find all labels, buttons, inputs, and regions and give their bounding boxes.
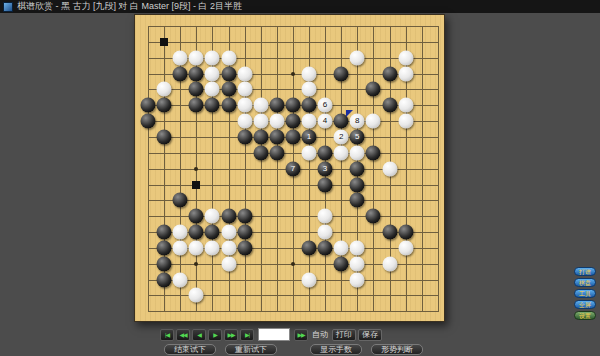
white-stone: [269, 114, 284, 129]
black-stone: [302, 98, 317, 113]
black-stone: [269, 129, 284, 144]
white-stone: [302, 272, 317, 287]
black-stone: [173, 193, 188, 208]
nav-forward-button[interactable]: ▶: [208, 329, 222, 341]
black-stone: [157, 272, 172, 287]
white-stone: [334, 240, 349, 255]
square-marker: [192, 181, 200, 189]
jump-button[interactable]: ▶▶: [294, 329, 308, 341]
window-title: 棋谱欣赏 - 黑 古力 [九段] 对 白 Master [9段] - 白 2目半…: [17, 0, 242, 13]
black-stone: [253, 129, 268, 144]
black-stone: [157, 129, 172, 144]
black-stone: [269, 145, 284, 160]
black-stone: [318, 240, 333, 255]
side-button-1[interactable]: 打谱: [574, 267, 596, 276]
black-stone: [285, 98, 300, 113]
white-stone: [318, 225, 333, 240]
app-icon: [3, 2, 13, 12]
white-stone: [173, 272, 188, 287]
black-stone: [157, 256, 172, 271]
black-stone: [285, 114, 300, 129]
move-number-label: 8: [355, 117, 359, 125]
white-stone: [398, 50, 413, 65]
white-stone: [350, 256, 365, 271]
white-stone: [173, 240, 188, 255]
white-stone: [253, 114, 268, 129]
black-stone: [382, 98, 397, 113]
triangle-marker: [346, 110, 353, 117]
show-move-numbers-button[interactable]: 显示手数: [310, 344, 362, 355]
white-stone: [189, 240, 204, 255]
black-stone: [350, 193, 365, 208]
white-stone: [237, 66, 252, 81]
grid-line-v: [422, 26, 423, 312]
nav-buttons: |◀◀◀◀▶▶▶▶|: [160, 329, 254, 341]
black-stone: [382, 66, 397, 81]
white-stone: [302, 114, 317, 129]
white-stone: [205, 240, 220, 255]
side-button-2[interactable]: 棋盘: [574, 278, 596, 287]
white-stone: [398, 114, 413, 129]
black-stone: [350, 161, 365, 176]
white-stone: [189, 50, 204, 65]
white-stone: [157, 82, 172, 97]
black-stone: [382, 225, 397, 240]
white-stone: [302, 145, 317, 160]
black-stone: [366, 209, 381, 224]
star-point: [194, 167, 198, 171]
white-stone: [398, 98, 413, 113]
black-stone: [302, 240, 317, 255]
move-number-label: 5: [355, 133, 359, 141]
white-stone: [221, 50, 236, 65]
black-stone: [173, 66, 188, 81]
grid-line-h: [148, 311, 439, 312]
position-judge-button[interactable]: 形势判断: [371, 344, 423, 355]
black-stone: [318, 177, 333, 192]
action-bar: 结束试下 重新试下 显示手数 形势判断: [164, 343, 432, 355]
black-stone: [221, 98, 236, 113]
white-stone: [366, 114, 381, 129]
black-stone: [334, 256, 349, 271]
white-stone: [189, 288, 204, 303]
white-stone: [350, 272, 365, 287]
black-stone: [221, 82, 236, 97]
black-stone: [141, 98, 156, 113]
white-stone: [205, 50, 220, 65]
go-board[interactable]: 12345678: [134, 14, 445, 322]
square-marker: [160, 38, 168, 46]
white-stone: [398, 66, 413, 81]
black-stone: [189, 82, 204, 97]
grid-line-v: [373, 26, 374, 312]
star-point: [291, 262, 295, 266]
black-stone: [237, 209, 252, 224]
move-number-label: 3: [323, 165, 327, 173]
grid-line-h: [148, 200, 439, 201]
black-stone: [141, 114, 156, 129]
black-stone: [350, 177, 365, 192]
black-stone: [237, 240, 252, 255]
nav-first-button[interactable]: |◀: [160, 329, 174, 341]
move-number-label: 6: [323, 101, 327, 109]
black-stone: [157, 98, 172, 113]
black-stone: [221, 66, 236, 81]
nav-back-button[interactable]: ◀: [192, 329, 206, 341]
restart-trial-button[interactable]: 重新试下: [225, 344, 277, 355]
white-stone: [205, 66, 220, 81]
white-stone: [237, 114, 252, 129]
star-point: [291, 72, 295, 76]
black-stone: [157, 240, 172, 255]
black-stone: [269, 98, 284, 113]
black-stone: [157, 225, 172, 240]
side-button-4[interactable]: 全屏: [574, 300, 596, 309]
side-button-stack: 打谱棋盘工具全屏设置: [574, 267, 596, 320]
black-stone: [237, 225, 252, 240]
nav-back10-button[interactable]: ◀◀: [176, 329, 190, 341]
white-stone: [334, 145, 349, 160]
white-stone: [302, 66, 317, 81]
white-stone: [221, 240, 236, 255]
grid-line-h: [148, 280, 439, 281]
black-stone: [253, 145, 268, 160]
black-stone: [189, 66, 204, 81]
black-stone: [189, 98, 204, 113]
white-stone: [350, 145, 365, 160]
white-stone: [350, 240, 365, 255]
auto-label[interactable]: 自动: [312, 329, 328, 340]
white-stone: [382, 256, 397, 271]
white-stone: [318, 209, 333, 224]
black-stone: [221, 209, 236, 224]
black-stone: [189, 225, 204, 240]
star-point: [194, 262, 198, 266]
white-stone: [237, 98, 252, 113]
black-stone: [237, 129, 252, 144]
move-number-label: 4: [323, 117, 327, 125]
black-stone: [189, 209, 204, 224]
white-stone: [205, 82, 220, 97]
black-stone: [285, 129, 300, 144]
nav-forward10-button[interactable]: ▶▶: [224, 329, 238, 341]
black-stone: [334, 66, 349, 81]
white-stone: [205, 209, 220, 224]
nav-last-button[interactable]: ▶|: [240, 329, 254, 341]
move-number-label: 2: [339, 133, 343, 141]
black-stone: [205, 225, 220, 240]
white-stone: [237, 82, 252, 97]
title-bar: 棋谱欣赏 - 黑 古力 [九段] 对 白 Master [9段] - 白 2目半…: [0, 0, 600, 13]
move-number-label: 7: [291, 165, 295, 173]
white-stone: [221, 256, 236, 271]
side-button-5[interactable]: 设置: [574, 311, 596, 320]
white-stone: [398, 240, 413, 255]
white-stone: [221, 225, 236, 240]
white-stone: [302, 82, 317, 97]
save-button[interactable]: 保存: [358, 329, 382, 341]
grid-line-v: [438, 26, 439, 312]
move-number-label: 1: [307, 133, 311, 141]
app-window: 棋谱欣赏 - 黑 古力 [九段] 对 白 Master [9段] - 白 2目半…: [0, 0, 600, 356]
print-button[interactable]: 打印: [332, 329, 356, 341]
white-stone: [382, 161, 397, 176]
black-stone: [318, 145, 333, 160]
white-stone: [253, 98, 268, 113]
black-stone: [398, 225, 413, 240]
white-stone: [173, 50, 188, 65]
white-stone: [173, 225, 188, 240]
end-trial-button[interactable]: 结束试下: [164, 344, 216, 355]
black-stone: [366, 82, 381, 97]
black-stone: [366, 145, 381, 160]
move-number-input[interactable]: [258, 328, 290, 341]
navigation-bar: |◀◀◀◀▶▶▶▶| ▶▶ 自动 打印 保存: [160, 328, 382, 341]
white-stone: [350, 50, 365, 65]
side-button-3[interactable]: 工具: [574, 289, 596, 298]
black-stone: [205, 98, 220, 113]
